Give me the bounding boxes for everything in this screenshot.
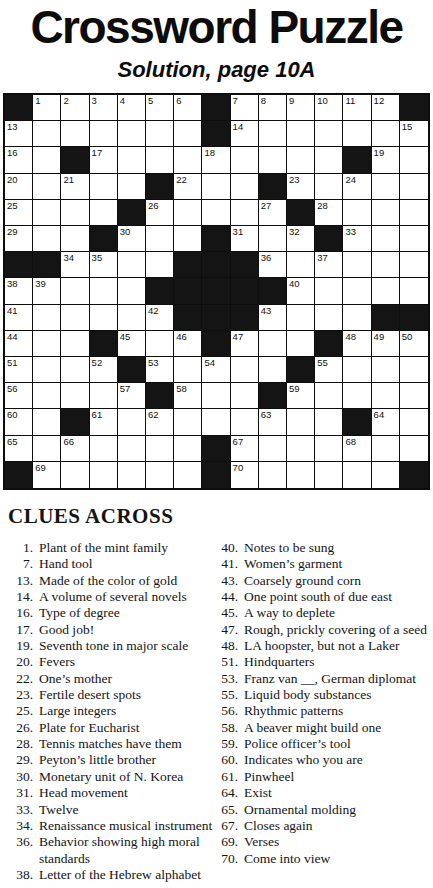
white-cell[interactable] bbox=[372, 278, 400, 304]
cell-number: 26 bbox=[148, 200, 159, 211]
clue-item: 16.Type of degree bbox=[2, 605, 207, 621]
cell-number: 63 bbox=[261, 409, 272, 420]
cell-number: 33 bbox=[345, 226, 356, 237]
cell-number: 40 bbox=[289, 278, 300, 289]
white-cell[interactable]: 52 bbox=[90, 357, 118, 383]
white-cell[interactable] bbox=[372, 436, 400, 462]
white-cell[interactable] bbox=[61, 278, 89, 304]
white-cell[interactable]: 66 bbox=[61, 436, 89, 462]
cell-number: 52 bbox=[92, 357, 103, 368]
white-cell[interactable] bbox=[372, 200, 400, 226]
black-cell bbox=[231, 278, 259, 304]
white-cell[interactable]: 11 bbox=[343, 95, 371, 121]
white-cell[interactable] bbox=[400, 357, 428, 383]
white-cell[interactable]: 62 bbox=[146, 409, 174, 435]
white-cell[interactable]: 7 bbox=[231, 95, 259, 121]
clue-number: 1. bbox=[2, 540, 33, 556]
clue-text: Ornamental molding bbox=[244, 802, 356, 818]
clue-text: A way to deplete bbox=[244, 605, 335, 621]
white-cell[interactable] bbox=[61, 331, 89, 357]
white-cell[interactable]: 67 bbox=[231, 436, 259, 462]
black-cell bbox=[146, 383, 174, 409]
clue-text: Behavior showing high moral standards bbox=[39, 834, 200, 867]
white-cell[interactable] bbox=[33, 121, 61, 147]
white-cell[interactable] bbox=[202, 174, 230, 200]
black-cell bbox=[259, 278, 287, 304]
white-cell[interactable] bbox=[90, 121, 118, 147]
white-cell[interactable]: 35 bbox=[90, 252, 118, 278]
clue-text: Come into view bbox=[244, 851, 330, 867]
clue-number: 64. bbox=[207, 785, 238, 801]
black-cell bbox=[287, 357, 315, 383]
white-cell[interactable] bbox=[400, 200, 428, 226]
white-cell[interactable] bbox=[118, 121, 146, 147]
white-cell[interactable] bbox=[315, 121, 343, 147]
white-cell[interactable] bbox=[61, 305, 89, 331]
cell-number: 6 bbox=[176, 95, 181, 106]
white-cell[interactable]: 8 bbox=[259, 95, 287, 121]
white-cell[interactable]: 24 bbox=[343, 174, 371, 200]
white-cell[interactable] bbox=[259, 226, 287, 252]
white-cell[interactable] bbox=[315, 409, 343, 435]
clue-text: Renaissance musical instrument bbox=[39, 818, 212, 834]
white-cell[interactable] bbox=[174, 462, 202, 488]
white-cell[interactable]: 1 bbox=[33, 95, 61, 121]
white-cell[interactable] bbox=[33, 226, 61, 252]
white-cell[interactable]: 40 bbox=[287, 278, 315, 304]
white-cell[interactable]: 68 bbox=[343, 436, 371, 462]
white-cell[interactable] bbox=[287, 252, 315, 278]
clue-text: Notes to be sung bbox=[244, 540, 334, 556]
clue-item: 38.Letter of the Hebrew alphabet bbox=[2, 867, 207, 883]
cell-number: 53 bbox=[148, 357, 159, 368]
clue-text: Good job! bbox=[39, 622, 94, 638]
white-cell[interactable]: 51 bbox=[5, 357, 33, 383]
white-cell[interactable] bbox=[90, 305, 118, 331]
clue-text: One’s mother bbox=[39, 671, 112, 687]
clue-number: 28. bbox=[2, 736, 33, 752]
white-cell[interactable]: 30 bbox=[118, 226, 146, 252]
white-cell[interactable] bbox=[400, 174, 428, 200]
white-cell[interactable]: 5 bbox=[146, 95, 174, 121]
white-cell[interactable] bbox=[118, 278, 146, 304]
white-cell[interactable]: 33 bbox=[343, 226, 371, 252]
clue-item: 64.Exist bbox=[207, 785, 433, 801]
white-cell[interactable] bbox=[146, 331, 174, 357]
white-cell[interactable] bbox=[287, 436, 315, 462]
white-cell[interactable] bbox=[174, 409, 202, 435]
white-cell[interactable] bbox=[400, 147, 428, 173]
white-cell[interactable] bbox=[259, 357, 287, 383]
white-cell[interactable]: 56 bbox=[5, 383, 33, 409]
clue-item: 13.Made of the color of gold bbox=[2, 573, 207, 589]
white-cell[interactable] bbox=[90, 200, 118, 226]
cell-number: 29 bbox=[7, 226, 18, 237]
cell-number: 15 bbox=[402, 121, 413, 132]
white-cell[interactable] bbox=[174, 121, 202, 147]
white-cell[interactable]: 69 bbox=[33, 462, 61, 488]
white-cell[interactable]: 49 bbox=[372, 331, 400, 357]
white-cell[interactable] bbox=[372, 121, 400, 147]
black-cell bbox=[202, 331, 230, 357]
clue-item: 19.Seventh tone in major scale bbox=[2, 638, 207, 654]
white-cell[interactable]: 20 bbox=[5, 174, 33, 200]
white-cell[interactable]: 6 bbox=[174, 95, 202, 121]
white-cell[interactable] bbox=[174, 147, 202, 173]
white-cell[interactable] bbox=[90, 383, 118, 409]
black-cell bbox=[61, 147, 89, 173]
white-cell[interactable]: 58 bbox=[174, 383, 202, 409]
white-cell[interactable] bbox=[372, 226, 400, 252]
white-cell[interactable] bbox=[146, 462, 174, 488]
cell-number: 44 bbox=[7, 331, 18, 342]
white-cell[interactable] bbox=[287, 305, 315, 331]
clue-number: 25. bbox=[2, 703, 33, 719]
white-cell[interactable] bbox=[315, 278, 343, 304]
white-cell[interactable] bbox=[231, 174, 259, 200]
clue-text: Seventh tone in major scale bbox=[39, 638, 188, 654]
clue-number: 55. bbox=[207, 687, 238, 703]
clue-number: 70. bbox=[207, 851, 238, 867]
clue-item: 48.LA hoopster, but not a Laker bbox=[207, 638, 433, 654]
clue-text: Exist bbox=[244, 785, 272, 801]
cell-number: 55 bbox=[317, 357, 328, 368]
black-cell bbox=[61, 409, 89, 435]
white-cell[interactable] bbox=[118, 147, 146, 173]
white-cell[interactable] bbox=[231, 409, 259, 435]
white-cell[interactable] bbox=[287, 121, 315, 147]
clue-number: 29. bbox=[2, 752, 33, 768]
white-cell[interactable] bbox=[231, 200, 259, 226]
white-cell[interactable] bbox=[33, 174, 61, 200]
white-cell[interactable] bbox=[33, 357, 61, 383]
white-cell[interactable] bbox=[372, 383, 400, 409]
white-cell[interactable]: 55 bbox=[315, 357, 343, 383]
clue-text: Monetary unit of N. Korea bbox=[39, 769, 183, 785]
cell-number: 22 bbox=[176, 174, 187, 185]
cell-number: 21 bbox=[63, 174, 74, 185]
black-cell bbox=[400, 95, 428, 121]
white-cell[interactable] bbox=[315, 305, 343, 331]
cell-number: 8 bbox=[261, 95, 266, 106]
black-cell bbox=[118, 357, 146, 383]
white-cell[interactable] bbox=[33, 305, 61, 331]
white-cell[interactable]: 63 bbox=[259, 409, 287, 435]
white-cell[interactable]: 16 bbox=[5, 147, 33, 173]
clue-number: 33. bbox=[2, 802, 33, 818]
white-cell[interactable]: 70 bbox=[231, 462, 259, 488]
clue-number: 43. bbox=[207, 573, 238, 589]
white-cell[interactable] bbox=[118, 305, 146, 331]
white-cell[interactable] bbox=[231, 383, 259, 409]
clue-item: 60.Indicates who you are bbox=[207, 752, 433, 768]
white-cell[interactable]: 45 bbox=[118, 331, 146, 357]
white-cell[interactable]: 31 bbox=[231, 226, 259, 252]
clue-text: Franz van __, German diplomat bbox=[244, 671, 416, 687]
white-cell[interactable] bbox=[202, 409, 230, 435]
white-cell[interactable] bbox=[287, 147, 315, 173]
clue-number: 20. bbox=[2, 654, 33, 670]
black-cell bbox=[202, 278, 230, 304]
white-cell[interactable]: 3 bbox=[90, 95, 118, 121]
white-cell[interactable]: 48 bbox=[343, 331, 371, 357]
cell-number: 25 bbox=[7, 200, 18, 211]
clue-number: 58. bbox=[207, 720, 238, 736]
clue-item: 45.A way to deplete bbox=[207, 605, 433, 621]
white-cell[interactable] bbox=[287, 409, 315, 435]
white-cell[interactable]: 60 bbox=[5, 409, 33, 435]
white-cell[interactable] bbox=[146, 121, 174, 147]
white-cell[interactable]: 54 bbox=[202, 357, 230, 383]
white-cell[interactable]: 25 bbox=[5, 200, 33, 226]
white-cell[interactable] bbox=[118, 409, 146, 435]
clue-text: Tennis matches have them bbox=[39, 736, 182, 752]
black-cell bbox=[343, 147, 371, 173]
clue-item: 20.Fevers bbox=[2, 654, 207, 670]
white-cell[interactable] bbox=[315, 174, 343, 200]
white-cell[interactable]: 14 bbox=[231, 121, 259, 147]
white-cell[interactable] bbox=[343, 121, 371, 147]
black-cell bbox=[231, 305, 259, 331]
white-cell[interactable] bbox=[118, 252, 146, 278]
white-cell[interactable] bbox=[315, 147, 343, 173]
white-cell[interactable] bbox=[90, 462, 118, 488]
white-cell[interactable] bbox=[343, 462, 371, 488]
cell-number: 20 bbox=[7, 174, 18, 185]
white-cell[interactable] bbox=[259, 436, 287, 462]
cell-number: 38 bbox=[7, 278, 18, 289]
black-cell bbox=[202, 436, 230, 462]
clue-text: Hindquarters bbox=[244, 654, 314, 670]
white-cell[interactable]: 2 bbox=[61, 95, 89, 121]
white-cell[interactable] bbox=[146, 147, 174, 173]
clue-number: 61. bbox=[207, 769, 238, 785]
white-cell[interactable] bbox=[343, 278, 371, 304]
white-cell[interactable]: 41 bbox=[5, 305, 33, 331]
white-cell[interactable]: 47 bbox=[231, 331, 259, 357]
white-cell[interactable] bbox=[400, 383, 428, 409]
clue-text: Plant of the mint family bbox=[39, 540, 168, 556]
black-cell bbox=[5, 252, 33, 278]
clue-number: 56. bbox=[207, 703, 238, 719]
black-cell bbox=[315, 226, 343, 252]
white-cell[interactable] bbox=[287, 331, 315, 357]
clue-item: 1.Plant of the mint family bbox=[2, 540, 207, 556]
clue-item: 70.Come into view bbox=[207, 851, 433, 867]
white-cell[interactable] bbox=[33, 200, 61, 226]
cell-number: 66 bbox=[63, 436, 74, 447]
white-cell[interactable] bbox=[146, 436, 174, 462]
clue-number: 17. bbox=[2, 622, 33, 638]
clue-text: Peyton’s little brother bbox=[39, 752, 156, 768]
cell-number: 34 bbox=[63, 252, 74, 263]
white-cell[interactable] bbox=[372, 357, 400, 383]
clue-text: Closes again bbox=[244, 818, 313, 834]
clue-item: 23.Fertile desert spots bbox=[2, 687, 207, 703]
clue-number: 44. bbox=[207, 589, 238, 605]
black-cell bbox=[5, 95, 33, 121]
cell-number: 18 bbox=[204, 147, 215, 158]
white-cell[interactable]: 4 bbox=[118, 95, 146, 121]
white-cell[interactable] bbox=[259, 331, 287, 357]
white-cell[interactable] bbox=[400, 409, 428, 435]
white-cell[interactable]: 57 bbox=[118, 383, 146, 409]
cell-number: 19 bbox=[374, 147, 385, 158]
white-cell[interactable] bbox=[90, 278, 118, 304]
clue-number: 26. bbox=[2, 720, 33, 736]
white-cell[interactable]: 19 bbox=[372, 147, 400, 173]
white-cell[interactable] bbox=[174, 436, 202, 462]
clue-item: 22.One’s mother bbox=[2, 671, 207, 687]
white-cell[interactable] bbox=[146, 226, 174, 252]
white-cell[interactable] bbox=[33, 383, 61, 409]
white-cell[interactable] bbox=[372, 462, 400, 488]
white-cell[interactable]: 59 bbox=[287, 383, 315, 409]
cell-number: 54 bbox=[204, 357, 215, 368]
black-cell bbox=[202, 226, 230, 252]
white-cell[interactable]: 27 bbox=[259, 200, 287, 226]
clue-number: 19. bbox=[2, 638, 33, 654]
clue-number: 41. bbox=[207, 556, 238, 572]
white-cell[interactable]: 26 bbox=[146, 200, 174, 226]
clue-text: Head movement bbox=[39, 785, 128, 801]
white-cell[interactable] bbox=[231, 147, 259, 173]
white-cell[interactable] bbox=[400, 278, 428, 304]
white-cell[interactable]: 53 bbox=[146, 357, 174, 383]
white-cell[interactable]: 22 bbox=[174, 174, 202, 200]
clue-text: LA hoopster, but not a Laker bbox=[244, 638, 399, 654]
black-cell bbox=[174, 305, 202, 331]
white-cell[interactable] bbox=[202, 200, 230, 226]
black-cell bbox=[202, 462, 230, 488]
white-cell[interactable]: 13 bbox=[5, 121, 33, 147]
white-cell[interactable]: 12 bbox=[372, 95, 400, 121]
cell-number: 9 bbox=[289, 95, 294, 106]
white-cell[interactable]: 37 bbox=[315, 252, 343, 278]
white-cell[interactable] bbox=[400, 252, 428, 278]
white-cell[interactable]: 44 bbox=[5, 331, 33, 357]
white-cell[interactable] bbox=[61, 383, 89, 409]
white-cell[interactable]: 9 bbox=[287, 95, 315, 121]
black-cell bbox=[90, 331, 118, 357]
white-cell[interactable] bbox=[400, 226, 428, 252]
white-cell[interactable]: 50 bbox=[400, 331, 428, 357]
white-cell[interactable] bbox=[343, 252, 371, 278]
white-cell[interactable] bbox=[174, 226, 202, 252]
clue-number: 48. bbox=[207, 638, 238, 654]
white-cell[interactable]: 38 bbox=[5, 278, 33, 304]
white-cell[interactable]: 29 bbox=[5, 226, 33, 252]
white-cell[interactable] bbox=[231, 357, 259, 383]
black-cell bbox=[400, 305, 428, 331]
clue-number: 45. bbox=[207, 605, 238, 621]
white-cell[interactable] bbox=[61, 462, 89, 488]
white-cell[interactable] bbox=[343, 200, 371, 226]
white-cell[interactable]: 32 bbox=[287, 226, 315, 252]
cell-number: 12 bbox=[374, 95, 385, 106]
white-cell[interactable] bbox=[259, 121, 287, 147]
white-cell[interactable]: 64 bbox=[372, 409, 400, 435]
white-cell[interactable]: 42 bbox=[146, 305, 174, 331]
white-cell[interactable] bbox=[315, 462, 343, 488]
clue-item: 29.Peyton’s little brother bbox=[2, 752, 207, 768]
cell-number: 16 bbox=[7, 147, 18, 158]
white-cell[interactable]: 18 bbox=[202, 147, 230, 173]
clue-item: 55.Liquid body substances bbox=[207, 687, 433, 703]
cell-number: 70 bbox=[233, 462, 244, 473]
white-cell[interactable] bbox=[372, 252, 400, 278]
white-cell[interactable]: 34 bbox=[61, 252, 89, 278]
white-cell[interactable] bbox=[33, 331, 61, 357]
clue-item: 67.Closes again bbox=[207, 818, 433, 834]
white-cell[interactable] bbox=[202, 383, 230, 409]
white-cell[interactable] bbox=[343, 305, 371, 331]
white-cell[interactable] bbox=[33, 436, 61, 462]
white-cell[interactable] bbox=[146, 252, 174, 278]
white-cell[interactable] bbox=[61, 200, 89, 226]
white-cell[interactable] bbox=[315, 436, 343, 462]
white-cell[interactable] bbox=[372, 174, 400, 200]
white-cell[interactable]: 65 bbox=[5, 436, 33, 462]
white-cell[interactable] bbox=[118, 462, 146, 488]
cell-number: 48 bbox=[345, 331, 356, 342]
page-title: Crossword Puzzle bbox=[0, 0, 433, 54]
white-cell[interactable] bbox=[174, 200, 202, 226]
black-cell bbox=[400, 462, 428, 488]
clue-number: 67. bbox=[207, 818, 238, 834]
clue-number: 23. bbox=[2, 687, 33, 703]
white-cell[interactable]: 39 bbox=[33, 278, 61, 304]
white-cell[interactable]: 61 bbox=[90, 409, 118, 435]
white-cell[interactable]: 17 bbox=[90, 147, 118, 173]
white-cell[interactable] bbox=[400, 436, 428, 462]
white-cell[interactable] bbox=[61, 121, 89, 147]
cell-number: 37 bbox=[317, 252, 328, 263]
black-cell bbox=[259, 383, 287, 409]
white-cell[interactable] bbox=[343, 383, 371, 409]
white-cell[interactable] bbox=[33, 147, 61, 173]
white-cell[interactable] bbox=[118, 436, 146, 462]
white-cell[interactable] bbox=[259, 462, 287, 488]
white-cell[interactable] bbox=[287, 462, 315, 488]
white-cell[interactable] bbox=[315, 383, 343, 409]
clue-item: 44.One point south of due east bbox=[207, 589, 433, 605]
white-cell[interactable]: 21 bbox=[61, 174, 89, 200]
white-cell[interactable]: 23 bbox=[287, 174, 315, 200]
white-cell[interactable] bbox=[90, 436, 118, 462]
white-cell[interactable]: 28 bbox=[315, 200, 343, 226]
white-cell[interactable] bbox=[174, 357, 202, 383]
white-cell[interactable] bbox=[259, 147, 287, 173]
white-cell[interactable]: 10 bbox=[315, 95, 343, 121]
white-cell[interactable] bbox=[61, 357, 89, 383]
white-cell[interactable]: 43 bbox=[259, 305, 287, 331]
white-cell[interactable] bbox=[33, 409, 61, 435]
white-cell[interactable] bbox=[90, 174, 118, 200]
white-cell[interactable]: 46 bbox=[174, 331, 202, 357]
white-cell[interactable] bbox=[343, 357, 371, 383]
white-cell[interactable]: 15 bbox=[400, 121, 428, 147]
cell-number: 42 bbox=[148, 305, 159, 316]
white-cell[interactable] bbox=[61, 226, 89, 252]
clue-text: One point south of due east bbox=[244, 589, 392, 605]
black-cell bbox=[231, 252, 259, 278]
cell-number: 36 bbox=[261, 252, 272, 263]
page: { "game": "crossword", "title": "Crosswo… bbox=[0, 0, 433, 888]
cell-number: 68 bbox=[345, 436, 356, 447]
white-cell[interactable]: 36 bbox=[259, 252, 287, 278]
white-cell[interactable] bbox=[118, 174, 146, 200]
